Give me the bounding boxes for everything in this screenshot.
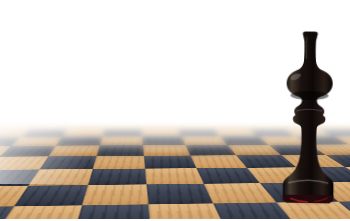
square-d7[interactable]: [93, 156, 145, 169]
black-king-piece[interactable]: [281, 31, 337, 204]
square-e7[interactable]: [144, 156, 197, 169]
square-c4[interactable]: [0, 205, 82, 221]
square-c10[interactable]: [62, 129, 105, 137]
square-d8[interactable]: [97, 145, 144, 156]
square-d5[interactable]: [82, 184, 148, 205]
square-c6[interactable]: [28, 169, 92, 186]
square-b9[interactable]: [11, 137, 62, 146]
square-b8[interactable]: [0, 146, 56, 157]
black-king-silhouette: [281, 31, 337, 204]
square-c8[interactable]: [49, 145, 100, 156]
photo-canvas: [0, 0, 350, 221]
square-e9[interactable]: [142, 136, 185, 145]
square-c5[interactable]: [14, 185, 88, 206]
square-d10[interactable]: [102, 129, 142, 137]
square-c9[interactable]: [56, 136, 103, 145]
square-e8[interactable]: [143, 145, 190, 156]
square-e6[interactable]: [145, 168, 204, 184]
square-d4[interactable]: [74, 204, 151, 221]
square-b10[interactable]: [21, 129, 67, 137]
square-d6[interactable]: [88, 169, 146, 185]
square-e5[interactable]: [147, 184, 214, 205]
square-c7[interactable]: [39, 156, 96, 169]
square-d9[interactable]: [100, 136, 143, 145]
square-e10[interactable]: [141, 129, 181, 137]
